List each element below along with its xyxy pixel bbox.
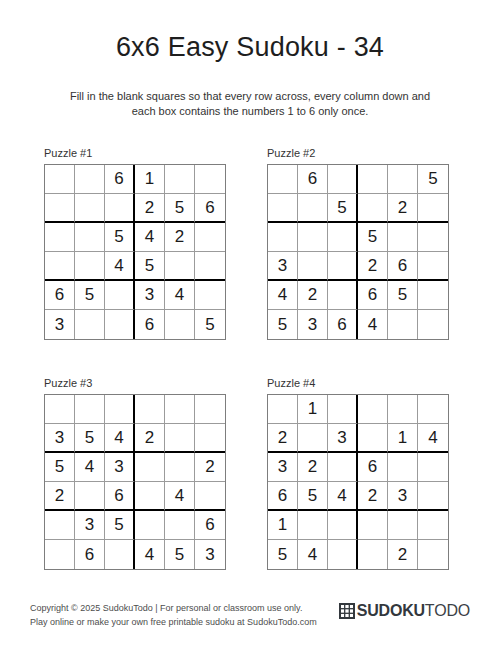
puzzle-4-cell-r5c1: 1 xyxy=(268,511,298,540)
puzzle-4-cell-r1c2: 1 xyxy=(298,395,328,424)
puzzle-1-cell-r3c5: 2 xyxy=(165,223,195,252)
puzzle-2-cell-r5c4: 6 xyxy=(358,281,388,310)
sudokutodo-logo: SUDOKUTODO xyxy=(339,602,470,620)
puzzle-1-cell-r6c3 xyxy=(105,310,135,339)
puzzle-2-cell-r6c2: 3 xyxy=(298,310,328,339)
puzzle-1-cell-r1c3: 6 xyxy=(105,165,135,194)
puzzle-3-cell-r1c5 xyxy=(165,395,195,424)
puzzle-3-cell-r2c1: 3 xyxy=(45,424,75,453)
puzzle-4-cell-r2c4 xyxy=(358,424,388,453)
footer: Copyright © 2025 SudokuTodo | For person… xyxy=(30,601,470,629)
puzzle-3-cell-r2c4: 2 xyxy=(135,424,165,453)
puzzle-2-cell-r6c6 xyxy=(418,310,448,339)
puzzle-4-cell-r5c5 xyxy=(388,511,418,540)
puzzle-2-cell-r2c2 xyxy=(298,194,328,223)
puzzle-2-cell-r2c4 xyxy=(358,194,388,223)
puzzle-3-cell-r5c6: 6 xyxy=(195,511,225,540)
puzzle-2-cell-r3c1 xyxy=(268,223,298,252)
puzzle-4-cell-r5c6 xyxy=(418,511,448,540)
puzzle-2-cell-r4c2 xyxy=(298,252,328,281)
puzzle-1-cell-r1c6 xyxy=(195,165,225,194)
puzzle-4-cell-r3c4: 6 xyxy=(358,453,388,482)
puzzle-4-grid: 12314326654231542 xyxy=(267,394,449,570)
puzzle-4-cell-r2c3: 3 xyxy=(328,424,358,453)
copyright: Copyright © 2025 SudokuTodo | For person… xyxy=(30,601,317,629)
puzzle-4-cell-r6c2: 4 xyxy=(298,540,328,569)
copyright-line-2: Play online or make your own free printa… xyxy=(30,617,317,627)
puzzle-3-cell-r6c2: 6 xyxy=(75,540,105,569)
logo-text-sudoku: SUDOKU xyxy=(357,602,425,620)
puzzle-1-cell-r2c3 xyxy=(105,194,135,223)
puzzle-2-cell-r3c5 xyxy=(388,223,418,252)
puzzle-2-cell-r4c1: 3 xyxy=(268,252,298,281)
puzzle-4-cell-r2c1: 2 xyxy=(268,424,298,453)
puzzle-3-cell-r6c1 xyxy=(45,540,75,569)
puzzle-4-cell-r6c5: 2 xyxy=(388,540,418,569)
puzzle-1-cell-r5c5: 4 xyxy=(165,281,195,310)
puzzle-1-cell-r4c6 xyxy=(195,252,225,281)
puzzle-3-cell-r3c5 xyxy=(165,453,195,482)
page-title: 6x6 Easy Sudoku - 34 xyxy=(0,32,500,63)
puzzle-1-cell-r6c1: 3 xyxy=(45,310,75,339)
puzzle-2-cell-r6c4: 4 xyxy=(358,310,388,339)
puzzle-3-cell-r6c6: 3 xyxy=(195,540,225,569)
puzzle-3-cell-r1c2 xyxy=(75,395,105,424)
puzzle-2-cell-r6c5 xyxy=(388,310,418,339)
puzzle-3-cell-r3c6: 2 xyxy=(195,453,225,482)
puzzle-1-cell-r1c4: 1 xyxy=(135,165,165,194)
puzzle-3-label: Puzzle #3 xyxy=(44,377,226,389)
puzzle-4-cell-r6c3 xyxy=(328,540,358,569)
puzzle-4-cell-r1c3 xyxy=(328,395,358,424)
puzzle-4-cell-r4c5: 3 xyxy=(388,482,418,511)
puzzle-1-cell-r4c3: 4 xyxy=(105,252,135,281)
puzzle-3-cell-r4c3: 6 xyxy=(105,482,135,511)
puzzle-4-label: Puzzle #4 xyxy=(267,377,449,389)
puzzle-1-cell-r3c4: 4 xyxy=(135,223,165,252)
puzzle-3-cell-r3c2: 4 xyxy=(75,453,105,482)
puzzle-4-cell-r2c5: 1 xyxy=(388,424,418,453)
puzzle-2-cell-r2c3: 5 xyxy=(328,194,358,223)
puzzle-3-cell-r5c4 xyxy=(135,511,165,540)
puzzle-3-cell-r3c1: 5 xyxy=(45,453,75,482)
puzzle-1-cell-r2c1 xyxy=(45,194,75,223)
puzzle-3-cell-r2c5 xyxy=(165,424,195,453)
puzzle-3-cell-r6c5: 5 xyxy=(165,540,195,569)
puzzle-2-cell-r2c6 xyxy=(418,194,448,223)
puzzle-1-cell-r5c1: 6 xyxy=(45,281,75,310)
puzzle-2-cell-r5c2: 2 xyxy=(298,281,328,310)
puzzle-1-cell-r6c4: 6 xyxy=(135,310,165,339)
puzzle-4-cell-r4c3: 4 xyxy=(328,482,358,511)
puzzle-4-cell-r3c2: 2 xyxy=(298,453,328,482)
instructions-line-1: Fill in the blank squares so that every … xyxy=(70,90,430,102)
puzzle-1-cell-r3c6 xyxy=(195,223,225,252)
puzzle-3-cell-r3c3: 3 xyxy=(105,453,135,482)
puzzle-2-cell-r5c5: 5 xyxy=(388,281,418,310)
puzzle-1-cell-r4c4: 5 xyxy=(135,252,165,281)
puzzle-3-cell-r3c4 xyxy=(135,453,165,482)
puzzle-2-cell-r1c1 xyxy=(268,165,298,194)
puzzle-2-cell-r4c4: 2 xyxy=(358,252,388,281)
puzzle-3-cell-r4c5: 4 xyxy=(165,482,195,511)
logo-text-todo: TODO xyxy=(425,602,470,620)
puzzle-2-cell-r1c4 xyxy=(358,165,388,194)
puzzle-2-cell-r5c6 xyxy=(418,281,448,310)
puzzle-2-cell-r5c1: 4 xyxy=(268,281,298,310)
puzzle-4-cell-r1c4 xyxy=(358,395,388,424)
puzzle-1-cell-r5c3 xyxy=(105,281,135,310)
puzzle-1-cell-r3c2 xyxy=(75,223,105,252)
puzzle-3-cell-r6c4: 4 xyxy=(135,540,165,569)
puzzle-1-cell-r4c5 xyxy=(165,252,195,281)
puzzle-4-cell-r3c1: 3 xyxy=(268,453,298,482)
puzzle-3-cell-r4c4 xyxy=(135,482,165,511)
puzzle-4-cell-r1c1 xyxy=(268,395,298,424)
puzzle-4-cell-r5c3 xyxy=(328,511,358,540)
puzzle-2-cell-r6c1: 5 xyxy=(268,310,298,339)
puzzle-1-cell-r6c5 xyxy=(165,310,195,339)
puzzle-2-cell-r4c6 xyxy=(418,252,448,281)
puzzle-1-cell-r5c4: 3 xyxy=(135,281,165,310)
puzzle-1-cell-r2c4: 2 xyxy=(135,194,165,223)
puzzle-4-cell-r2c6: 4 xyxy=(418,424,448,453)
puzzle-3-cell-r2c6 xyxy=(195,424,225,453)
puzzle-3-cell-r2c3: 4 xyxy=(105,424,135,453)
copyright-line-1: Copyright © 2025 SudokuTodo | For person… xyxy=(30,603,302,613)
puzzle-1-cell-r3c1 xyxy=(45,223,75,252)
puzzle-3-cell-r1c3 xyxy=(105,395,135,424)
puzzle-3-cell-r5c2: 3 xyxy=(75,511,105,540)
puzzle-3-cell-r4c2 xyxy=(75,482,105,511)
puzzle-4-cell-r3c5 xyxy=(388,453,418,482)
puzzle-4-cell-r5c2 xyxy=(298,511,328,540)
puzzle-1-cell-r4c2 xyxy=(75,252,105,281)
puzzle-4-cell-r6c4 xyxy=(358,540,388,569)
puzzle-2: Puzzle #2 6552532642655364 xyxy=(267,147,449,340)
puzzle-3-cell-r1c4 xyxy=(135,395,165,424)
instructions-line-2: each box contains the numbers 1 to 6 onl… xyxy=(132,105,369,117)
puzzle-1-cell-r1c2 xyxy=(75,165,105,194)
puzzle-4-cell-r4c4: 2 xyxy=(358,482,388,511)
puzzle-1-cell-r6c2 xyxy=(75,310,105,339)
puzzle-2-cell-r3c4: 5 xyxy=(358,223,388,252)
puzzle-2-cell-r3c2 xyxy=(298,223,328,252)
puzzle-3: Puzzle #3 354254322643566453 xyxy=(44,377,226,570)
puzzle-1-cell-r2c5: 5 xyxy=(165,194,195,223)
puzzle-3-cell-r5c1 xyxy=(45,511,75,540)
puzzle-3-cell-r2c2: 5 xyxy=(75,424,105,453)
puzzle-1-cell-r1c5 xyxy=(165,165,195,194)
puzzle-3-cell-r1c6 xyxy=(195,395,225,424)
puzzle-2-grid: 6552532642655364 xyxy=(267,164,449,340)
puzzle-2-cell-r4c3 xyxy=(328,252,358,281)
puzzle-1-cell-r4c1 xyxy=(45,252,75,281)
puzzle-4-cell-r3c3 xyxy=(328,453,358,482)
puzzle-2-cell-r1c6: 5 xyxy=(418,165,448,194)
puzzle-3-cell-r4c1: 2 xyxy=(45,482,75,511)
puzzle-4-cell-r6c6 xyxy=(418,540,448,569)
puzzle-3-cell-r4c6 xyxy=(195,482,225,511)
puzzle-1-cell-r3c3: 5 xyxy=(105,223,135,252)
puzzle-4-cell-r6c1: 5 xyxy=(268,540,298,569)
puzzle-2-cell-r5c3 xyxy=(328,281,358,310)
puzzle-1-label: Puzzle #1 xyxy=(44,147,226,159)
sudoku-grid-logo-icon xyxy=(339,603,355,619)
puzzle-2-cell-r4c5: 6 xyxy=(388,252,418,281)
puzzle-1-cell-r6c6: 5 xyxy=(195,310,225,339)
puzzle-4-cell-r1c6 xyxy=(418,395,448,424)
puzzle-3-cell-r5c5 xyxy=(165,511,195,540)
puzzle-2-cell-r1c5 xyxy=(388,165,418,194)
puzzle-4: Puzzle #4 12314326654231542 xyxy=(267,377,449,570)
puzzle-3-cell-r5c3: 5 xyxy=(105,511,135,540)
puzzle-2-cell-r3c6 xyxy=(418,223,448,252)
puzzle-4-cell-r4c1: 6 xyxy=(268,482,298,511)
puzzle-4-cell-r2c2 xyxy=(298,424,328,453)
puzzle-1-cell-r2c6: 6 xyxy=(195,194,225,223)
puzzle-1-cell-r5c6 xyxy=(195,281,225,310)
puzzle-2-cell-r2c5: 2 xyxy=(388,194,418,223)
puzzle-3-cell-r1c1 xyxy=(45,395,75,424)
puzzle-1-cell-r2c2 xyxy=(75,194,105,223)
puzzle-2-cell-r3c3 xyxy=(328,223,358,252)
puzzle-2-cell-r1c2: 6 xyxy=(298,165,328,194)
puzzle-1-grid: 61256542456534365 xyxy=(44,164,226,340)
puzzle-4-cell-r4c2: 5 xyxy=(298,482,328,511)
puzzle-4-cell-r4c6 xyxy=(418,482,448,511)
instructions: Fill in the blank squares so that every … xyxy=(0,89,500,119)
puzzle-1-cell-r1c1 xyxy=(45,165,75,194)
puzzle-4-cell-r1c5 xyxy=(388,395,418,424)
puzzle-4-cell-r3c6 xyxy=(418,453,448,482)
puzzle-3-cell-r6c3 xyxy=(105,540,135,569)
puzzle-2-cell-r2c1 xyxy=(268,194,298,223)
puzzle-3-grid: 354254322643566453 xyxy=(44,394,226,570)
page: 6x6 Easy Sudoku - 34 Fill in the blank s… xyxy=(0,0,500,647)
puzzle-1: Puzzle #1 61256542456534365 xyxy=(44,147,226,340)
puzzle-2-cell-r1c3 xyxy=(328,165,358,194)
puzzle-2-label: Puzzle #2 xyxy=(267,147,449,159)
puzzle-2-cell-r6c3: 6 xyxy=(328,310,358,339)
puzzle-4-cell-r5c4 xyxy=(358,511,388,540)
puzzle-1-cell-r5c2: 5 xyxy=(75,281,105,310)
